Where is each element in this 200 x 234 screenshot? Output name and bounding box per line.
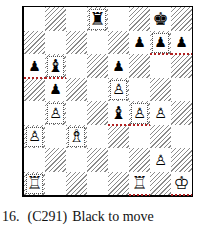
red-squiggle-mark	[171, 53, 192, 55]
white-king[interactable]: ♔	[171, 172, 192, 196]
black-king[interactable]: ♚	[150, 7, 171, 31]
black-pawn[interactable]: ♟	[171, 31, 192, 55]
square-b2[interactable]	[45, 148, 66, 172]
square-f7[interactable]: ♟	[129, 31, 150, 55]
square-f2[interactable]	[129, 148, 150, 172]
square-g4[interactable]: ♙	[150, 101, 171, 125]
square-b1[interactable]	[45, 172, 66, 196]
square-d1[interactable]	[87, 172, 108, 196]
square-a8[interactable]	[24, 7, 45, 31]
square-c4[interactable]	[66, 101, 87, 125]
black-bishop[interactable]: ♝	[45, 54, 66, 78]
red-squiggle-mark	[171, 194, 192, 196]
square-a5[interactable]	[24, 78, 45, 102]
white-pawn[interactable]: ♙	[45, 101, 66, 125]
square-e4[interactable]: ♝	[108, 101, 129, 125]
square-d4[interactable]	[87, 101, 108, 125]
square-h3[interactable]	[171, 125, 192, 149]
square-h5[interactable]	[171, 78, 192, 102]
square-e1[interactable]	[108, 172, 129, 196]
square-e8[interactable]	[108, 7, 129, 31]
square-d7[interactable]	[87, 31, 108, 55]
square-a4[interactable]	[24, 101, 45, 125]
square-e3[interactable]	[108, 125, 129, 149]
square-h2[interactable]	[171, 148, 192, 172]
black-pawn[interactable]: ♟	[108, 54, 129, 78]
square-g1[interactable]	[150, 172, 171, 196]
black-pawn[interactable]: ♟	[129, 31, 150, 55]
square-g7[interactable]: ♟	[150, 31, 171, 55]
square-f8[interactable]	[129, 7, 150, 31]
white-pawn[interactable]: ♙	[24, 125, 45, 149]
diagram-number: 16.	[2, 209, 20, 224]
black-rook[interactable]: ♜	[87, 7, 108, 31]
square-f3[interactable]	[129, 125, 150, 149]
square-f4[interactable]: ♙	[129, 101, 150, 125]
square-g3[interactable]	[150, 125, 171, 149]
square-b4[interactable]: ♙	[45, 101, 66, 125]
square-g2[interactable]: ♙	[150, 148, 171, 172]
square-c7[interactable]	[66, 31, 87, 55]
square-e6[interactable]: ♟	[108, 54, 129, 78]
side-to-move-label: Black to move	[72, 209, 154, 224]
white-rook[interactable]: ♖	[24, 172, 45, 196]
diagram-code: (C291)	[28, 209, 68, 224]
red-squiggle-mark	[24, 77, 45, 79]
square-d3[interactable]	[87, 125, 108, 149]
white-pawn[interactable]: ♙	[108, 78, 129, 102]
square-a7[interactable]	[24, 31, 45, 55]
black-pawn[interactable]: ♟	[45, 78, 66, 102]
square-a2[interactable]	[24, 148, 45, 172]
square-b5[interactable]: ♟	[45, 78, 66, 102]
black-pawn[interactable]: ♟	[150, 31, 171, 55]
square-f5[interactable]	[129, 78, 150, 102]
square-c2[interactable]	[66, 148, 87, 172]
square-a3[interactable]: ♙	[24, 125, 45, 149]
square-h6[interactable]	[171, 54, 192, 78]
white-pawn[interactable]: ♙	[150, 148, 171, 172]
chess-diagram-page: ♜♚♟♟♟♟♝♟♟♙♙♝♙♙♙♗♙♖♖♔ 16.(C291)Black to m…	[0, 0, 200, 234]
square-e2[interactable]	[108, 148, 129, 172]
black-pawn[interactable]: ♟	[24, 54, 45, 78]
square-c1[interactable]	[66, 172, 87, 196]
square-h7[interactable]: ♟	[171, 31, 192, 55]
red-squiggle-mark	[45, 77, 66, 79]
square-f1[interactable]: ♖	[129, 172, 150, 196]
square-g8[interactable]: ♚	[150, 7, 171, 31]
white-rook[interactable]: ♖	[129, 172, 150, 196]
caption: 16.(C291)Black to move	[2, 209, 154, 225]
red-squiggle-mark	[129, 194, 150, 196]
square-d2[interactable]	[87, 148, 108, 172]
red-squiggle-mark	[108, 124, 129, 126]
square-c8[interactable]	[66, 7, 87, 31]
square-b7[interactable]	[45, 31, 66, 55]
square-c6[interactable]	[66, 54, 87, 78]
square-b3[interactable]	[45, 125, 66, 149]
chess-board: ♜♚♟♟♟♟♝♟♟♙♙♝♙♙♙♗♙♖♖♔	[22, 6, 193, 197]
square-a6[interactable]: ♟	[24, 54, 45, 78]
black-bishop[interactable]: ♝	[108, 101, 129, 125]
square-f6[interactable]	[129, 54, 150, 78]
square-g5[interactable]	[150, 78, 171, 102]
square-a1[interactable]: ♖	[24, 172, 45, 196]
square-h4[interactable]	[171, 101, 192, 125]
square-d8[interactable]: ♜	[87, 7, 108, 31]
square-g6[interactable]	[150, 54, 171, 78]
square-c5[interactable]	[66, 78, 87, 102]
square-d5[interactable]	[87, 78, 108, 102]
square-e7[interactable]	[108, 31, 129, 55]
white-bishop[interactable]: ♗	[66, 125, 87, 149]
red-squiggle-mark	[129, 124, 150, 126]
red-squiggle-mark	[150, 53, 171, 55]
square-e5[interactable]: ♙	[108, 78, 129, 102]
square-b6[interactable]: ♝	[45, 54, 66, 78]
square-c3[interactable]: ♗	[66, 125, 87, 149]
white-pawn[interactable]: ♙	[150, 101, 171, 125]
square-d6[interactable]	[87, 54, 108, 78]
square-h1[interactable]: ♔	[171, 172, 192, 196]
white-pawn[interactable]: ♙	[129, 101, 150, 125]
square-b8[interactable]	[45, 7, 66, 31]
square-h8[interactable]	[171, 7, 192, 31]
